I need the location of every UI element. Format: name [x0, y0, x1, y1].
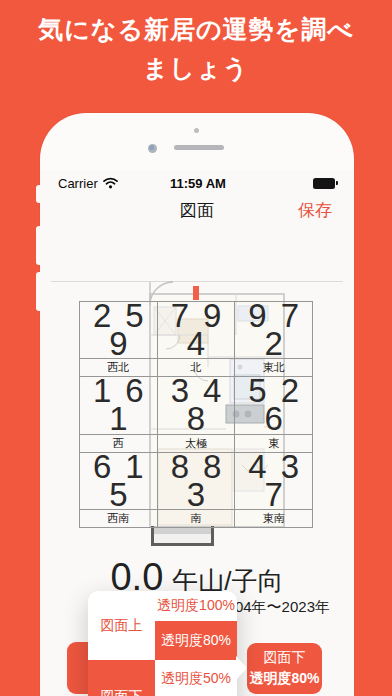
period-star: 7 — [235, 481, 312, 509]
palace-cell-西南: 615西南 — [80, 453, 158, 528]
balcony-outline — [151, 526, 214, 546]
popover-arrow — [236, 656, 247, 680]
direction-label: 太極 — [158, 434, 235, 452]
water-star: 4 — [203, 376, 221, 405]
period-star: 5 — [80, 481, 157, 509]
water-star: 5 — [125, 301, 143, 330]
period-star: 6 — [235, 405, 312, 433]
opacity-popover: 図面上 図面下 透明度100%透明度80%透明度50%透明度30% — [88, 591, 237, 696]
clock-label: 11:59 AM — [58, 176, 338, 191]
palace-cell-西北: 259西北 — [80, 302, 158, 377]
plan-lower-layer-button[interactable]: 図面下 透明度80% — [247, 643, 322, 694]
iphone-mockup: Carrier 11:59 AM 図面 保存 — [40, 113, 354, 696]
hero-title: 気になる新居の運勢を調べ ましょう — [0, 10, 392, 88]
direction-label: 東 — [235, 434, 312, 452]
plan-lower-opacity: 透明度80% — [249, 670, 319, 688]
opacity-option-50pct[interactable]: 透明度50% — [155, 660, 237, 696]
palace-cell-太極: 348太極 — [158, 377, 236, 452]
period-star: 4 — [158, 330, 235, 358]
layer-option-bottom[interactable]: 図面下 — [88, 660, 155, 696]
palace-cell-北: 794北 — [158, 302, 236, 377]
direction-label: 南 — [158, 509, 235, 527]
direction-label: 西北 — [80, 358, 157, 376]
direction-label: 西南 — [80, 509, 157, 527]
period-star: 1 — [80, 405, 157, 433]
opacity-options: 透明度100%透明度80%透明度50%透明度30% — [155, 591, 237, 696]
hero-title-line2: ましょう — [0, 49, 392, 88]
north-marker — [193, 286, 199, 300]
period-star: 8 — [158, 405, 235, 433]
period-star: 9 — [80, 330, 157, 358]
water-star: 6 — [125, 376, 143, 405]
direction-label: 東北 — [235, 358, 312, 376]
water-star: 3 — [281, 452, 299, 481]
period-star: 3 — [158, 481, 235, 509]
layer-option-top[interactable]: 図面上 — [88, 591, 155, 660]
palace-cell-東北: 972東北 — [235, 302, 313, 377]
direction-label: 東南 — [235, 509, 312, 527]
palace-cell-東南: 437東南 — [235, 453, 313, 528]
period-star: 2 — [235, 330, 312, 358]
palace-cell-東: 526東 — [235, 377, 313, 452]
palace-cell-西: 161西 — [80, 377, 158, 452]
save-button[interactable]: 保存 — [298, 199, 332, 222]
plan-lower-label: 図面下 — [264, 649, 306, 667]
hero-title-line1: 気になる新居の運勢を調べ — [0, 10, 392, 49]
water-star: 9 — [203, 301, 221, 330]
opacity-option-100pct[interactable]: 透明度100% — [155, 591, 237, 621]
earpiece-speaker — [174, 145, 224, 150]
app-screen: Carrier 11:59 AM 図面 保存 — [40, 170, 354, 696]
sensor-dot — [194, 128, 199, 133]
navigation-bar: 図面 保存 — [40, 194, 354, 224]
direction-label: 北 — [158, 358, 235, 376]
status-bar: Carrier 11:59 AM — [58, 175, 338, 191]
flying-star-grid: 259西北794北972東北161西348太極526東615西南883南437東… — [79, 301, 313, 528]
water-star: 8 — [203, 452, 221, 481]
opacity-option-80pct[interactable]: 透明度80% — [155, 621, 237, 660]
water-star: 1 — [125, 452, 143, 481]
battery-icon — [313, 178, 338, 189]
water-star: 2 — [281, 376, 299, 405]
water-star: 7 — [281, 301, 299, 330]
front-camera — [148, 144, 157, 153]
direction-label: 西 — [80, 434, 157, 452]
palace-cell-南: 883南 — [158, 453, 236, 528]
